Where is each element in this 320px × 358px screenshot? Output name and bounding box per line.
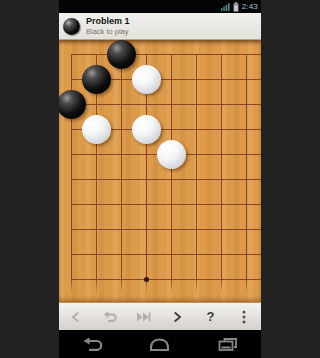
grid-line: [171, 54, 172, 293]
white-stone: [132, 65, 161, 94]
nav-home-icon: [148, 337, 171, 351]
grid-line: [71, 204, 261, 205]
signal-bars-icon: [221, 2, 230, 11]
grid-line: [71, 179, 261, 180]
white-stone: [82, 115, 111, 144]
page-title: Problem 1: [86, 17, 130, 26]
previous-button[interactable]: [59, 303, 93, 330]
grid-line: [71, 54, 261, 55]
grid-line: [71, 229, 261, 230]
phone-screen: 2:43 Problem 1 Black to play: [59, 0, 261, 358]
fast-forward-icon: [136, 311, 151, 323]
go-board[interactable]: [59, 40, 261, 302]
to-play-subtitle: Black to play: [86, 28, 130, 36]
android-nav-bar: [59, 330, 261, 358]
menu-button[interactable]: [227, 303, 261, 330]
grid-line: [121, 54, 122, 293]
nav-back-icon: [82, 337, 104, 352]
clock: 2:43: [242, 2, 258, 11]
hint-button[interactable]: ?: [194, 303, 228, 330]
grid-line: [246, 54, 247, 293]
fast-forward-button[interactable]: [126, 303, 160, 330]
star-point: [144, 277, 149, 282]
overflow-menu-icon: [241, 309, 247, 325]
black-stone-icon: [63, 18, 80, 35]
nav-recents-button[interactable]: [194, 330, 261, 358]
black-stone: [59, 90, 86, 119]
question-mark-icon: ?: [207, 310, 215, 323]
white-stone: [132, 115, 161, 144]
grid-line: [221, 54, 222, 293]
title-bar: Problem 1 Black to play: [59, 13, 261, 40]
nav-home-button[interactable]: [126, 330, 193, 358]
grid-line: [71, 104, 261, 105]
grid-line: [196, 54, 197, 293]
status-bar: 2:43: [59, 0, 261, 13]
nav-back-button[interactable]: [59, 330, 126, 358]
nav-recents-icon: [217, 337, 238, 352]
battery-icon: [233, 2, 239, 12]
chevron-left-icon: [69, 310, 83, 324]
undo-button[interactable]: [93, 303, 127, 330]
black-stone: [82, 65, 111, 94]
white-stone: [157, 140, 186, 169]
black-stone: [107, 40, 136, 69]
grid-line: [71, 279, 261, 280]
undo-icon: [102, 309, 118, 325]
app-toolbar: ?: [59, 302, 261, 330]
next-button[interactable]: [160, 303, 194, 330]
grid-line: [71, 254, 261, 255]
chevron-right-icon: [170, 310, 184, 324]
